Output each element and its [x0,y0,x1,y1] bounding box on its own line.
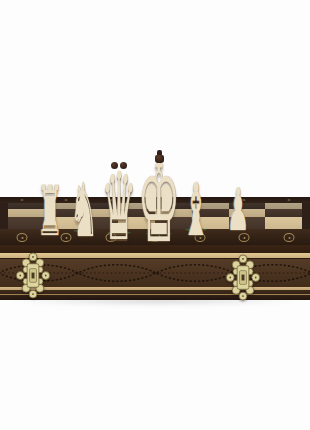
dot-ornament-icon [154,199,157,201]
board-square [229,217,266,229]
board-square [155,217,192,229]
board-top [0,197,310,245]
ring-ornament-icon [61,233,72,242]
board-square [8,209,45,217]
board-square [265,217,302,229]
ring-ornament-icon [239,233,250,242]
board-square [82,209,119,217]
board-square [192,209,229,217]
dot-ornament-icon [288,199,291,201]
ring-ornament-icon [195,233,206,242]
ring-ornament-icon [106,233,117,242]
dot-ornament-icon [243,199,246,201]
board-square [45,217,82,229]
queen-dark-finial [111,162,127,169]
dot-ornament-icon [199,199,202,201]
dot-ornament-icon [65,199,68,201]
board-square [229,209,266,217]
board-square [118,217,155,229]
brass-clasp-left-icon [15,252,51,299]
board-square [192,217,229,229]
board-square [8,217,45,229]
product-photo: Overhead-front photo of a closed folding… [0,0,310,430]
ring-ornament-icon [284,233,295,242]
board-square [82,217,119,229]
board-square [45,209,82,217]
ring-ornament-icon [17,233,28,242]
board-square [155,209,192,217]
board-row-middle [8,209,302,217]
board-square [265,209,302,217]
ring-ornament-icon [150,233,161,242]
board-square [118,209,155,217]
brass-clasp-right-icon [225,254,261,301]
dot-ornament-icon [21,199,24,201]
dot-ornament-icon [110,199,113,201]
board-row-front [8,217,302,229]
king-dark-finial [155,150,164,163]
chess-box [0,197,310,300]
board-front-border [0,229,310,245]
